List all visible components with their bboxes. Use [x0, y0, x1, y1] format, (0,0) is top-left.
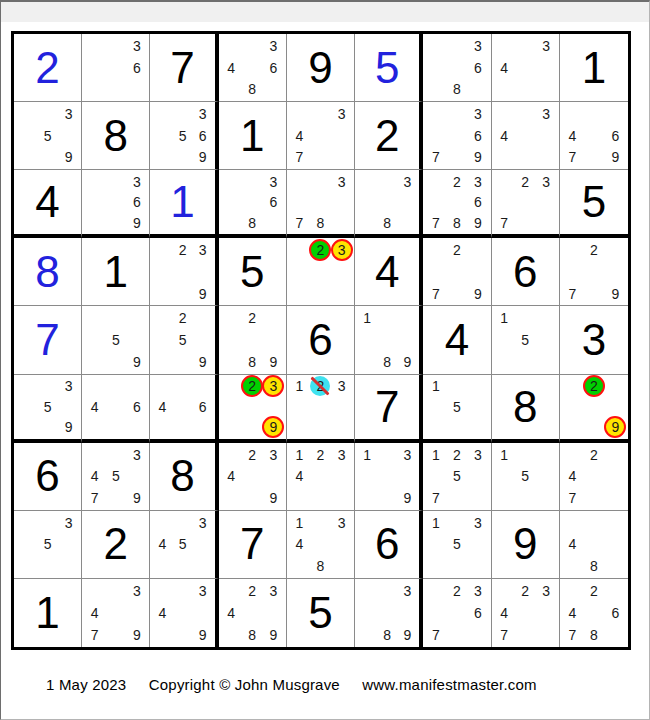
candidate-pos-7: 7: [425, 624, 446, 646]
candidate-pos-4: 4: [84, 465, 105, 487]
cell-r5c1[interactable]: 7: [14, 306, 82, 374]
candidate-pos-8: 8: [583, 624, 604, 646]
candidate-pos-9: [397, 213, 417, 234]
candidate-pos-4: 4: [221, 57, 242, 79]
cell-r9c7[interactable]: 2367: [423, 579, 491, 647]
candidate-pos-2: [446, 376, 467, 397]
candidate-pos-1: [425, 580, 446, 602]
candidate-grid: 359: [14, 375, 81, 439]
candidate-pos-8: 8: [377, 351, 397, 373]
candidate-pos-3: 3: [263, 376, 284, 397]
candidate-8: 8: [383, 355, 391, 369]
candidate-7: 7: [432, 287, 440, 301]
candidate-grid: 15: [492, 443, 559, 510]
candidate-pos-9: 9: [126, 213, 147, 234]
candidate-pos-9: [193, 555, 213, 577]
candidate-pos-9: [331, 213, 352, 234]
candidate-grid: 38: [355, 170, 419, 234]
candidate-pos-6: 6: [126, 57, 147, 79]
candidate-4: 4: [91, 606, 99, 620]
candidate-6: 6: [199, 129, 207, 143]
candidate-pos-6: 6: [605, 125, 626, 147]
candidate-pos-1: [84, 580, 105, 602]
candidate-pos-4: [357, 329, 377, 351]
candidate-pos-8: [105, 78, 126, 100]
candidate-pos-1: [289, 171, 310, 192]
candidate-pos-4: [562, 261, 583, 283]
candidate-6: 6: [269, 195, 277, 209]
cell-r5c3[interactable]: 259: [150, 306, 218, 374]
cell-r8c5[interactable]: 1348: [287, 511, 355, 579]
candidate-grid: 279: [560, 238, 628, 305]
cell-r9c9[interactable]: 24678: [560, 579, 628, 647]
candidate-pos-7: 7: [289, 213, 310, 234]
cell-r9c4[interactable]: 23489: [219, 579, 287, 647]
cell-r8c9[interactable]: 48: [560, 511, 628, 579]
cell-r1c9[interactable]: 1: [560, 34, 628, 102]
cell-r7c1[interactable]: 6: [14, 443, 82, 511]
candidate-pos-7: [221, 624, 242, 646]
candidate-pos-9: [331, 555, 352, 577]
candidate-pos-2: 2: [446, 580, 467, 602]
candidate-pos-6: [193, 602, 213, 624]
candidate-grid: 1348: [287, 511, 354, 578]
candidate-pos-2: 2: [242, 580, 263, 602]
cell-r8c8[interactable]: 9: [492, 511, 560, 579]
candidate-pos-2: [446, 35, 467, 57]
cell-r5c9[interactable]: 3: [560, 306, 628, 374]
candidate-pos-9: [126, 78, 147, 100]
candidate-pos-6: 6: [126, 192, 147, 213]
candidate-pos-6: [605, 465, 626, 487]
candidate-grid: 3679: [423, 102, 490, 169]
cell-r9c8[interactable]: 2347: [492, 579, 560, 647]
candidate-pos-7: [357, 213, 377, 234]
candidate-2: 2: [453, 243, 461, 257]
candidate-pos-8: [105, 487, 126, 509]
candidate-pos-5: [446, 261, 467, 283]
candidate-pos-9: [331, 417, 352, 438]
candidate-pos-2: [105, 376, 126, 397]
cell-r9c6[interactable]: 389: [355, 579, 423, 647]
candidate-grid: 59: [82, 306, 149, 373]
candidate-pos-4: [425, 261, 446, 283]
cell-r5c4[interactable]: 289: [219, 306, 287, 374]
candidate-3: 3: [133, 584, 141, 598]
cell-r3c1[interactable]: 4: [14, 170, 82, 238]
cell-r2c9[interactable]: 4679: [560, 102, 628, 170]
cell-r6c6[interactable]: 7: [355, 375, 423, 443]
candidate-pos-5: 5: [515, 465, 536, 487]
candidate-pos-2: [37, 512, 58, 534]
candidate-pos-7: [16, 417, 37, 438]
cell-r8c1[interactable]: 35: [14, 511, 82, 579]
candidate-pos-6: [397, 192, 417, 213]
candidate-pos-4: 4: [562, 602, 583, 624]
candidate-pos-9: 9: [263, 487, 284, 509]
candidate-pos-3: 3: [331, 239, 352, 261]
candidate-9: 9: [133, 355, 141, 369]
candidate-pos-8: [515, 147, 536, 169]
cell-r1c5[interactable]: 9: [287, 34, 355, 102]
candidate-pos-8: [37, 417, 58, 438]
candidate-grid: 34: [492, 34, 559, 101]
cell-r3c8[interactable]: 237: [492, 170, 560, 238]
candidate-pos-8: [583, 147, 604, 169]
candidate-pos-1: 1: [357, 444, 377, 466]
candidate-pos-9: [193, 417, 213, 438]
cell-r1c1[interactable]: 2: [14, 34, 82, 102]
cell-r6c1[interactable]: 359: [14, 375, 82, 443]
candidate-2: 2: [179, 311, 187, 325]
candidate-pos-7: [494, 351, 515, 373]
candidate-pos-6: [536, 57, 557, 79]
candidate-grid: 259: [150, 306, 214, 373]
candidate-pos-7: 7: [289, 147, 310, 169]
cell-r9c3[interactable]: 349: [150, 579, 218, 647]
candidate-pos-2: [105, 35, 126, 57]
cell-r4c3[interactable]: 239: [150, 238, 218, 306]
candidate-8: 8: [453, 82, 461, 96]
candidate-pos-2: 2: [310, 444, 331, 466]
candidate-pos-6: [263, 329, 284, 351]
candidate-pos-5: [310, 192, 331, 213]
candidate-5: 5: [179, 333, 187, 347]
candidate-pos-2: 2: [446, 239, 467, 261]
cell-r3c2[interactable]: 369: [82, 170, 150, 238]
cell-r4c9[interactable]: 279: [560, 238, 628, 306]
candidate-6: 6: [199, 400, 207, 414]
cell-r7c9[interactable]: 247: [560, 443, 628, 511]
candidate-pos-5: 5: [515, 329, 536, 351]
candidate-3: 3: [338, 243, 346, 257]
cell-r5c5[interactable]: 6: [287, 306, 355, 374]
candidate-grid: 279: [423, 238, 490, 305]
candidate-pos-4: [221, 396, 242, 417]
candidate-pos-2: [515, 103, 536, 125]
cell-r7c4[interactable]: 2349: [219, 443, 287, 511]
candidate-pos-9: 9: [58, 417, 79, 438]
candidate-9: 9: [611, 150, 619, 164]
candidate-pos-1: 1: [494, 444, 515, 466]
cell-r7c6[interactable]: 139: [355, 443, 423, 511]
candidate-9: 9: [611, 420, 619, 434]
candidate-grid: 15: [423, 375, 490, 439]
candidate-pos-6: [331, 533, 352, 555]
candidate-pos-8: [173, 417, 193, 438]
candidate-pos-9: [605, 624, 626, 646]
candidate-pos-9: 9: [605, 417, 626, 438]
candidate-pos-5: 5: [105, 329, 126, 351]
candidate-pos-2: 2: [173, 307, 193, 329]
solved-digit: 2: [35, 46, 59, 90]
candidate-pos-1: [562, 444, 583, 466]
candidate-grid: 46: [150, 375, 214, 439]
candidate-pos-8: 8: [310, 555, 331, 577]
candidate-pos-3: 3: [331, 376, 352, 397]
candidate-pos-5: [242, 57, 263, 79]
candidate-pos-1: [494, 580, 515, 602]
cell-r3c3[interactable]: 1: [150, 170, 218, 238]
candidate-pos-7: [221, 78, 242, 100]
cell-r4c1[interactable]: 8: [14, 238, 82, 306]
candidate-pos-7: 7: [562, 147, 583, 169]
candidate-3: 3: [474, 107, 482, 121]
cell-r8c7[interactable]: 135: [423, 511, 491, 579]
candidate-3: 3: [133, 175, 141, 189]
cell-r5c8[interactable]: 15: [492, 306, 560, 374]
candidate-pos-9: 9: [605, 283, 626, 305]
candidate-pos-6: [193, 533, 213, 555]
cell-r7c8[interactable]: 15: [492, 443, 560, 511]
candidate-pos-5: [446, 57, 467, 79]
candidate-7: 7: [500, 216, 508, 230]
candidate-pos-8: [105, 213, 126, 234]
top-bar: [1, 2, 649, 22]
cell-r6c4[interactable]: 239: [219, 375, 287, 443]
cell-r1c3[interactable]: 7: [150, 34, 218, 102]
cell-r2c7[interactable]: 3679: [423, 102, 491, 170]
candidate-3: 3: [474, 584, 482, 598]
sudoku-board: 2367346895368341359835691347236793446794…: [11, 31, 631, 650]
candidate-pos-3: [605, 580, 626, 602]
candidate-pos-3: [397, 307, 417, 329]
candidate-pos-8: [310, 147, 331, 169]
candidate-6: 6: [474, 129, 482, 143]
cell-r9c5[interactable]: 5: [287, 579, 355, 647]
candidate-8: 8: [590, 559, 598, 573]
candidate-5: 5: [112, 469, 120, 483]
candidate-pos-5: [583, 125, 604, 147]
given-digit: 8: [170, 454, 194, 498]
candidate-pos-3: 3: [263, 580, 284, 602]
cell-r2c2[interactable]: 8: [82, 102, 150, 170]
cell-r1c2[interactable]: 36: [82, 34, 150, 102]
candidate-pos-9: [467, 555, 488, 577]
candidate-pos-3: 3: [58, 512, 79, 534]
cell-r8c6[interactable]: 6: [355, 511, 423, 579]
candidate-6: 6: [474, 61, 482, 75]
cell-r2c4[interactable]: 1: [219, 102, 287, 170]
candidate-9: 9: [611, 287, 619, 301]
cell-r1c4[interactable]: 3468: [219, 34, 287, 102]
candidate-pos-5: 5: [446, 465, 467, 487]
cell-r8c2[interactable]: 2: [82, 511, 150, 579]
candidate-pos-4: [425, 125, 446, 147]
candidate-pos-5: [377, 602, 397, 624]
given-digit: 5: [308, 591, 332, 635]
candidate-pos-4: [152, 261, 172, 283]
cell-r6c2[interactable]: 46: [82, 375, 150, 443]
cell-r2c3[interactable]: 3569: [150, 102, 218, 170]
candidate-pos-6: [263, 602, 284, 624]
candidate-4: 4: [227, 61, 235, 75]
cell-r4c4[interactable]: 5: [219, 238, 287, 306]
cell-r7c5[interactable]: 1234: [287, 443, 355, 511]
candidate-pos-9: [331, 487, 352, 509]
candidate-pos-5: [377, 465, 397, 487]
candidate-pos-4: [494, 465, 515, 487]
candidate-pos-9: 9: [126, 624, 147, 646]
candidate-2: 2: [590, 379, 598, 393]
candidate-pos-2: 2: [242, 376, 263, 397]
cell-r1c7[interactable]: 368: [423, 34, 491, 102]
candidate-grid: 237: [492, 170, 559, 234]
candidate-grid: 123: [287, 375, 354, 439]
cell-r2c5[interactable]: 347: [287, 102, 355, 170]
cell-r2c6[interactable]: 2: [355, 102, 423, 170]
candidate-pos-2: [377, 444, 397, 466]
given-digit: 1: [35, 591, 59, 635]
cell-r6c9[interactable]: 29: [560, 375, 628, 443]
cell-r2c1[interactable]: 359: [14, 102, 82, 170]
candidate-pos-2: [242, 35, 263, 57]
cell-r3c6[interactable]: 38: [355, 170, 423, 238]
candidate-pos-3: 3: [126, 444, 147, 466]
cell-r5c6[interactable]: 189: [355, 306, 423, 374]
candidate-8: 8: [317, 216, 325, 230]
cell-r4c2[interactable]: 1: [82, 238, 150, 306]
candidate-pos-2: [105, 307, 126, 329]
candidate-pos-4: 4: [289, 465, 310, 487]
given-digit: 6: [308, 318, 332, 362]
candidate-3: 3: [65, 516, 73, 530]
candidate-pos-5: [310, 465, 331, 487]
candidate-pos-4: [357, 465, 377, 487]
cell-r9c2[interactable]: 3479: [82, 579, 150, 647]
candidate-pos-8: [173, 147, 193, 169]
candidate-pos-6: [193, 329, 213, 351]
cell-r4c5[interactable]: 23: [287, 238, 355, 306]
candidate-2: 2: [453, 175, 461, 189]
candidate-pos-2: [377, 580, 397, 602]
given-digit: 6: [35, 454, 59, 498]
candidate-5: 5: [453, 537, 461, 551]
candidate-3: 3: [474, 516, 482, 530]
candidate-pos-9: 9: [397, 487, 417, 509]
candidate-pos-4: 4: [562, 125, 583, 147]
candidate-pos-1: [221, 376, 242, 397]
candidate-pos-1: [425, 103, 446, 125]
candidate-grid: 3569: [150, 102, 214, 169]
candidate-pos-8: [446, 624, 467, 646]
candidate-pos-2: [377, 171, 397, 192]
candidate-pos-2: 2: [583, 239, 604, 261]
candidate-pos-4: [16, 125, 37, 147]
candidate-pos-3: [536, 444, 557, 466]
candidate-6: 6: [474, 195, 482, 209]
candidate-1: 1: [363, 311, 371, 325]
candidate-4: 4: [159, 400, 167, 414]
cell-r3c9[interactable]: 5: [560, 170, 628, 238]
candidate-pos-8: [446, 417, 467, 438]
cell-r1c6[interactable]: 5: [355, 34, 423, 102]
candidate-pos-6: 6: [467, 602, 488, 624]
given-digit: 3: [582, 318, 606, 362]
candidate-pos-9: [605, 487, 626, 509]
candidate-pos-2: [173, 512, 193, 534]
candidate-pos-3: [467, 376, 488, 397]
candidate-pos-6: [126, 602, 147, 624]
cell-r6c7[interactable]: 15: [423, 375, 491, 443]
cell-r4c7[interactable]: 279: [423, 238, 491, 306]
cell-r4c8[interactable]: 6: [492, 238, 560, 306]
candidate-pos-9: 9: [193, 283, 213, 305]
candidate-pos-8: [242, 417, 263, 438]
cell-r6c3[interactable]: 46: [150, 375, 218, 443]
candidate-2: 2: [248, 584, 256, 598]
candidate-pos-7: 7: [425, 213, 446, 234]
candidate-4: 4: [569, 129, 577, 143]
candidate-1: 1: [363, 448, 371, 462]
candidate-pos-1: 1: [425, 376, 446, 397]
cell-r3c5[interactable]: 378: [287, 170, 355, 238]
cell-r3c7[interactable]: 236789: [423, 170, 491, 238]
candidate-pos-7: [152, 555, 172, 577]
candidate-grid: 46: [82, 375, 149, 439]
cell-r5c2[interactable]: 59: [82, 306, 150, 374]
cell-r7c7[interactable]: 12357: [423, 443, 491, 511]
cell-r8c4[interactable]: 7: [219, 511, 287, 579]
candidate-pos-3: [193, 307, 213, 329]
candidate-pos-6: [536, 192, 557, 213]
candidate-pos-2: [446, 512, 467, 534]
candidate-pos-6: [467, 261, 488, 283]
cell-r1c8[interactable]: 34: [492, 34, 560, 102]
candidate-pos-8: 8: [242, 213, 263, 234]
candidate-pos-5: [310, 533, 331, 555]
candidate-pos-2: [515, 307, 536, 329]
candidate-3: 3: [403, 584, 411, 598]
cell-r7c2[interactable]: 34579: [82, 443, 150, 511]
candidate-pos-4: 4: [221, 602, 242, 624]
cell-r2c8[interactable]: 34: [492, 102, 560, 170]
cell-r4c6[interactable]: 4: [355, 238, 423, 306]
cell-r5c7[interactable]: 4: [423, 306, 491, 374]
candidate-5: 5: [44, 400, 52, 414]
candidate-pos-6: [263, 465, 284, 487]
candidate-7: 7: [296, 216, 304, 230]
candidate-pos-4: 4: [152, 533, 172, 555]
cell-r9c1[interactable]: 1: [14, 579, 82, 647]
candidate-pos-6: [605, 533, 626, 555]
candidate-pos-4: 4: [152, 602, 172, 624]
candidate-pos-8: [446, 147, 467, 169]
candidate-pos-3: 3: [263, 444, 284, 466]
candidate-pos-2: [515, 444, 536, 466]
candidate-pos-7: [84, 417, 105, 438]
solved-digit: 1: [170, 180, 194, 224]
candidate-pos-1: [16, 103, 37, 125]
cell-r6c5[interactable]: 123: [287, 375, 355, 443]
cell-r6c8[interactable]: 8: [492, 375, 560, 443]
candidate-pos-6: 6: [263, 57, 284, 79]
candidate-pos-1: [16, 512, 37, 534]
candidate-pos-4: 4: [152, 396, 172, 417]
candidate-pos-8: [583, 417, 604, 438]
candidate-pos-7: 7: [562, 487, 583, 509]
candidate-pos-4: [289, 261, 310, 283]
candidate-pos-7: [562, 417, 583, 438]
candidate-pos-3: 3: [331, 171, 352, 192]
cell-r3c4[interactable]: 368: [219, 170, 287, 238]
cell-r8c3[interactable]: 345: [150, 511, 218, 579]
candidate-pos-6: [331, 261, 352, 283]
candidate-7: 7: [569, 628, 577, 642]
candidate-pos-6: [605, 261, 626, 283]
candidate-pos-7: [357, 624, 377, 646]
cell-r7c3[interactable]: 8: [150, 443, 218, 511]
